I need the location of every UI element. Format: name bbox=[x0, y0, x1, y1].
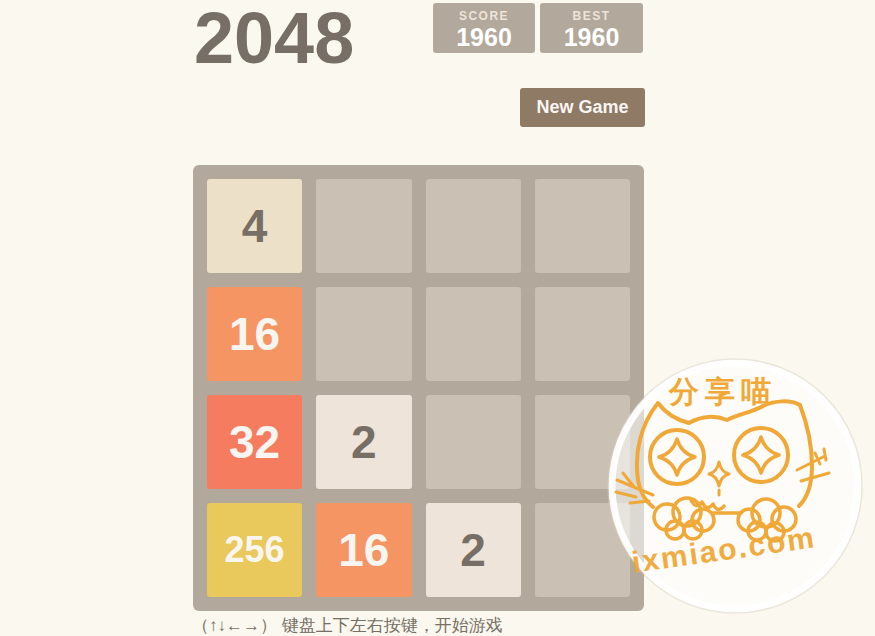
empty-cell bbox=[426, 179, 521, 273]
keyboard-hint: （↑↓←→） 键盘上下左右按键，开始游戏 bbox=[192, 614, 503, 636]
best-box: BEST 1960 bbox=[540, 3, 643, 53]
game-container: 2048 SCORE 1960 BEST 1960 New Game 41632… bbox=[0, 0, 875, 636]
watermark-top-text: 分享喵 bbox=[668, 375, 777, 408]
new-game-button[interactable]: New Game bbox=[520, 88, 645, 127]
score-label: SCORE bbox=[433, 10, 535, 23]
tile-2: 2 bbox=[426, 503, 521, 597]
game-title: 2048 bbox=[194, 6, 354, 70]
score-box: SCORE 1960 bbox=[433, 3, 535, 53]
tile-256: 256 bbox=[207, 503, 302, 597]
score-value: 1960 bbox=[433, 23, 535, 51]
empty-cell bbox=[316, 287, 411, 381]
tile-32: 32 bbox=[207, 395, 302, 489]
tile-16: 16 bbox=[207, 287, 302, 381]
empty-cell bbox=[426, 395, 521, 489]
tile-2: 2 bbox=[316, 395, 411, 489]
empty-cell bbox=[316, 179, 411, 273]
board[interactable]: 416322256162 bbox=[193, 165, 644, 611]
best-value: 1960 bbox=[540, 23, 643, 51]
watermark-stamp: 分享喵 ixmiao.com bbox=[603, 354, 867, 618]
empty-cell bbox=[535, 179, 630, 273]
best-label: BEST bbox=[540, 10, 643, 23]
tile-16: 16 bbox=[316, 503, 411, 597]
empty-cell bbox=[426, 287, 521, 381]
tile-4: 4 bbox=[207, 179, 302, 273]
